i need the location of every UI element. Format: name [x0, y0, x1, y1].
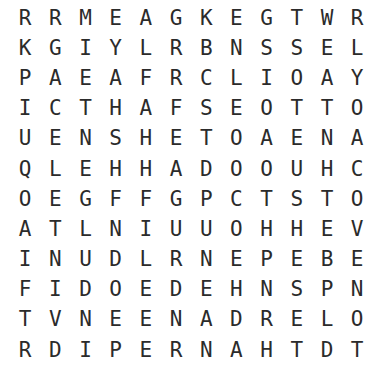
grid-cell-r8c9[interactable]: H	[252, 214, 282, 244]
grid-cell-r6c8[interactable]: O	[221, 154, 251, 184]
grid-cell-r8c10[interactable]: H	[282, 214, 312, 244]
grid-cell-r7c8[interactable]: C	[221, 184, 251, 214]
grid-cell-r6c9[interactable]: O	[252, 154, 282, 184]
grid-cell-r10c12[interactable]: N	[342, 275, 372, 305]
grid-cell-r8c8[interactable]: O	[221, 214, 251, 244]
grid-cell-r5c2[interactable]: E	[40, 124, 70, 154]
grid-cell-r11c1[interactable]: T	[10, 305, 40, 335]
grid-cell-r3c4[interactable]: A	[101, 63, 131, 93]
grid-cell-r9c11[interactable]: B	[312, 245, 342, 275]
grid-cell-r10c3[interactable]: D	[70, 275, 100, 305]
grid-cell-r10c6[interactable]: D	[161, 275, 191, 305]
grid-cell-r12c10[interactable]: T	[282, 335, 312, 365]
grid-cell-r3c5[interactable]: F	[131, 63, 161, 93]
grid-cell-r4c11[interactable]: T	[312, 94, 342, 124]
grid-cell-r2c11[interactable]: E	[312, 33, 342, 63]
grid-cell-r12c5[interactable]: E	[131, 335, 161, 365]
grid-cell-r9c2[interactable]: N	[40, 245, 70, 275]
grid-cell-r6c3[interactable]: E	[70, 154, 100, 184]
grid-cell-r4c3[interactable]: T	[70, 94, 100, 124]
grid-cell-r6c5[interactable]: H	[131, 154, 161, 184]
grid-cell-r8c7[interactable]: U	[191, 214, 221, 244]
grid-cell-r12c1[interactable]: R	[10, 335, 40, 365]
grid-cell-r3c1[interactable]: P	[10, 63, 40, 93]
grid-cell-r10c7[interactable]: E	[191, 275, 221, 305]
grid-cell-r12c4[interactable]: P	[101, 335, 131, 365]
grid-cell-r11c7[interactable]: A	[191, 305, 221, 335]
grid-cell-r11c5[interactable]: E	[131, 305, 161, 335]
grid-cell-r2c9[interactable]: S	[252, 33, 282, 63]
grid-cell-r10c1[interactable]: F	[10, 275, 40, 305]
grid-cell-r1c5[interactable]: A	[131, 3, 161, 33]
grid-cell-r5c11[interactable]: N	[312, 124, 342, 154]
grid-cell-r8c6[interactable]: U	[161, 214, 191, 244]
grid-cell-r6c6[interactable]: A	[161, 154, 191, 184]
grid-cell-r11c8[interactable]: D	[221, 305, 251, 335]
grid-cell-r2c3[interactable]: I	[70, 33, 100, 63]
grid-cell-r9c12[interactable]: E	[342, 245, 372, 275]
grid-cell-r4c6[interactable]: F	[161, 94, 191, 124]
grid-cell-r6c4[interactable]: H	[101, 154, 131, 184]
grid-cell-r5c9[interactable]: A	[252, 124, 282, 154]
grid-cell-r10c5[interactable]: E	[131, 275, 161, 305]
grid-cell-r8c5[interactable]: I	[131, 214, 161, 244]
grid-cell-r10c4[interactable]: O	[101, 275, 131, 305]
word-search-page: RRMEAGKEGTWRKGIYLRBNSSELPAEAFRCLIOAYICTH…	[0, 0, 388, 372]
grid-cell-r7c3[interactable]: G	[70, 184, 100, 214]
grid-cell-r1c4[interactable]: E	[101, 3, 131, 33]
grid-cell-r9c1[interactable]: I	[10, 245, 40, 275]
grid-cell-r8c1[interactable]: A	[10, 214, 40, 244]
grid-cell-r3c11[interactable]: A	[312, 63, 342, 93]
grid-cell-r1c11[interactable]: W	[312, 3, 342, 33]
grid-cell-r9c3[interactable]: U	[70, 245, 100, 275]
grid-cell-r6c1[interactable]: Q	[10, 154, 40, 184]
grid-cell-r4c4[interactable]: H	[101, 94, 131, 124]
grid-cell-r6c7[interactable]: D	[191, 154, 221, 184]
grid-cell-r2c12[interactable]: L	[342, 33, 372, 63]
grid-cell-r2c4[interactable]: Y	[101, 33, 131, 63]
grid-cell-r4c2[interactable]: C	[40, 94, 70, 124]
grid-cell-r1c8[interactable]: E	[221, 3, 251, 33]
grid-cell-r4c9[interactable]: O	[252, 94, 282, 124]
grid-cell-r12c8[interactable]: A	[221, 335, 251, 365]
grid-cell-r11c4[interactable]: E	[101, 305, 131, 335]
grid-cell-r7c6[interactable]: G	[161, 184, 191, 214]
grid-cell-r5c6[interactable]: E	[161, 124, 191, 154]
grid-cell-r9c6[interactable]: R	[161, 245, 191, 275]
grid-cell-r4c5[interactable]: A	[131, 94, 161, 124]
grid-cell-r12c12[interactable]: T	[342, 335, 372, 365]
grid-cell-r12c9[interactable]: H	[252, 335, 282, 365]
grid-cell-r4c12[interactable]: O	[342, 94, 372, 124]
grid-cell-r7c9[interactable]: T	[252, 184, 282, 214]
grid-cell-r10c10[interactable]: S	[282, 275, 312, 305]
grid-cell-r8c11[interactable]: E	[312, 214, 342, 244]
grid-cell-r2c1[interactable]: K	[10, 33, 40, 63]
grid-cell-r2c6[interactable]: R	[161, 33, 191, 63]
grid-cell-r5c3[interactable]: N	[70, 124, 100, 154]
grid-cell-r9c4[interactable]: D	[101, 245, 131, 275]
grid-cell-r11c9[interactable]: R	[252, 305, 282, 335]
grid-cell-r5c4[interactable]: S	[101, 124, 131, 154]
grid-cell-r5c12[interactable]: A	[342, 124, 372, 154]
grid-cell-r2c10[interactable]: S	[282, 33, 312, 63]
grid-cell-r3c8[interactable]: L	[221, 63, 251, 93]
grid-cell-r5c10[interactable]: E	[282, 124, 312, 154]
grid-cell-r4c8[interactable]: E	[221, 94, 251, 124]
grid-cell-r2c2[interactable]: G	[40, 33, 70, 63]
grid-cell-r7c11[interactable]: T	[312, 184, 342, 214]
grid-cell-r3c7[interactable]: C	[191, 63, 221, 93]
grid-cell-r5c7[interactable]: T	[191, 124, 221, 154]
grid-cell-r10c9[interactable]: N	[252, 275, 282, 305]
grid-cell-r1c2[interactable]: R	[40, 3, 70, 33]
grid-cell-r2c5[interactable]: L	[131, 33, 161, 63]
grid-cell-r7c2[interactable]: E	[40, 184, 70, 214]
grid-cell-r5c1[interactable]: U	[10, 124, 40, 154]
grid-cell-r4c10[interactable]: T	[282, 94, 312, 124]
grid-cell-r12c7[interactable]: N	[191, 335, 221, 365]
grid-cell-r11c6[interactable]: N	[161, 305, 191, 335]
grid-cell-r10c8[interactable]: H	[221, 275, 251, 305]
grid-cell-r4c1[interactable]: I	[10, 94, 40, 124]
grid-cell-r1c12[interactable]: R	[342, 3, 372, 33]
grid-cell-r12c6[interactable]: R	[161, 335, 191, 365]
grid-cell-r6c11[interactable]: H	[312, 154, 342, 184]
grid-cell-r6c2[interactable]: L	[40, 154, 70, 184]
grid-cell-r1c1[interactable]: R	[10, 3, 40, 33]
grid-cell-r10c2[interactable]: I	[40, 275, 70, 305]
grid-cell-r2c8[interactable]: N	[221, 33, 251, 63]
grid-cell-r7c10[interactable]: S	[282, 184, 312, 214]
word-search-grid: RRMEAGKEGTWRKGIYLRBNSSELPAEAFRCLIOAYICTH…	[10, 3, 372, 365]
grid-cell-r11c3[interactable]: N	[70, 305, 100, 335]
grid-cell-r1c3[interactable]: M	[70, 3, 100, 33]
grid-cell-r8c3[interactable]: L	[70, 214, 100, 244]
grid-cell-r1c9[interactable]: G	[252, 3, 282, 33]
grid-cell-r11c10[interactable]: E	[282, 305, 312, 335]
grid-cell-r1c6[interactable]: G	[161, 3, 191, 33]
grid-cell-r2c7[interactable]: B	[191, 33, 221, 63]
grid-cell-r3c3[interactable]: E	[70, 63, 100, 93]
grid-cell-r6c12[interactable]: C	[342, 154, 372, 184]
grid-cell-r5c5[interactable]: H	[131, 124, 161, 154]
grid-cell-r12c2[interactable]: D	[40, 335, 70, 365]
grid-cell-r12c11[interactable]: D	[312, 335, 342, 365]
grid-cell-r1c7[interactable]: K	[191, 3, 221, 33]
grid-cell-r10c11[interactable]: P	[312, 275, 342, 305]
grid-cell-r8c2[interactable]: T	[40, 214, 70, 244]
grid-cell-r9c9[interactable]: P	[252, 245, 282, 275]
grid-cell-r3c10[interactable]: O	[282, 63, 312, 93]
grid-cell-r3c2[interactable]: A	[40, 63, 70, 93]
grid-cell-r5c8[interactable]: O	[221, 124, 251, 154]
grid-cell-r7c1[interactable]: O	[10, 184, 40, 214]
grid-cell-r8c4[interactable]: N	[101, 214, 131, 244]
grid-cell-r11c11[interactable]: L	[312, 305, 342, 335]
grid-cell-r11c12[interactable]: O	[342, 305, 372, 335]
grid-cell-r9c10[interactable]: E	[282, 245, 312, 275]
grid-cell-r7c7[interactable]: P	[191, 184, 221, 214]
grid-cell-r12c3[interactable]: I	[70, 335, 100, 365]
grid-cell-r8c12[interactable]: V	[342, 214, 372, 244]
grid-cell-r3c12[interactable]: Y	[342, 63, 372, 93]
grid-cell-r4c7[interactable]: S	[191, 94, 221, 124]
grid-cell-r3c6[interactable]: R	[161, 63, 191, 93]
grid-cell-r7c4[interactable]: F	[101, 184, 131, 214]
grid-cell-r11c2[interactable]: V	[40, 305, 70, 335]
grid-cell-r7c5[interactable]: F	[131, 184, 161, 214]
grid-cell-r9c8[interactable]: E	[221, 245, 251, 275]
grid-cell-r3c9[interactable]: I	[252, 63, 282, 93]
grid-cell-r9c7[interactable]: N	[191, 245, 221, 275]
grid-cell-r1c10[interactable]: T	[282, 3, 312, 33]
grid-cell-r7c12[interactable]: O	[342, 184, 372, 214]
grid-cell-r9c5[interactable]: L	[131, 245, 161, 275]
grid-cell-r6c10[interactable]: U	[282, 154, 312, 184]
